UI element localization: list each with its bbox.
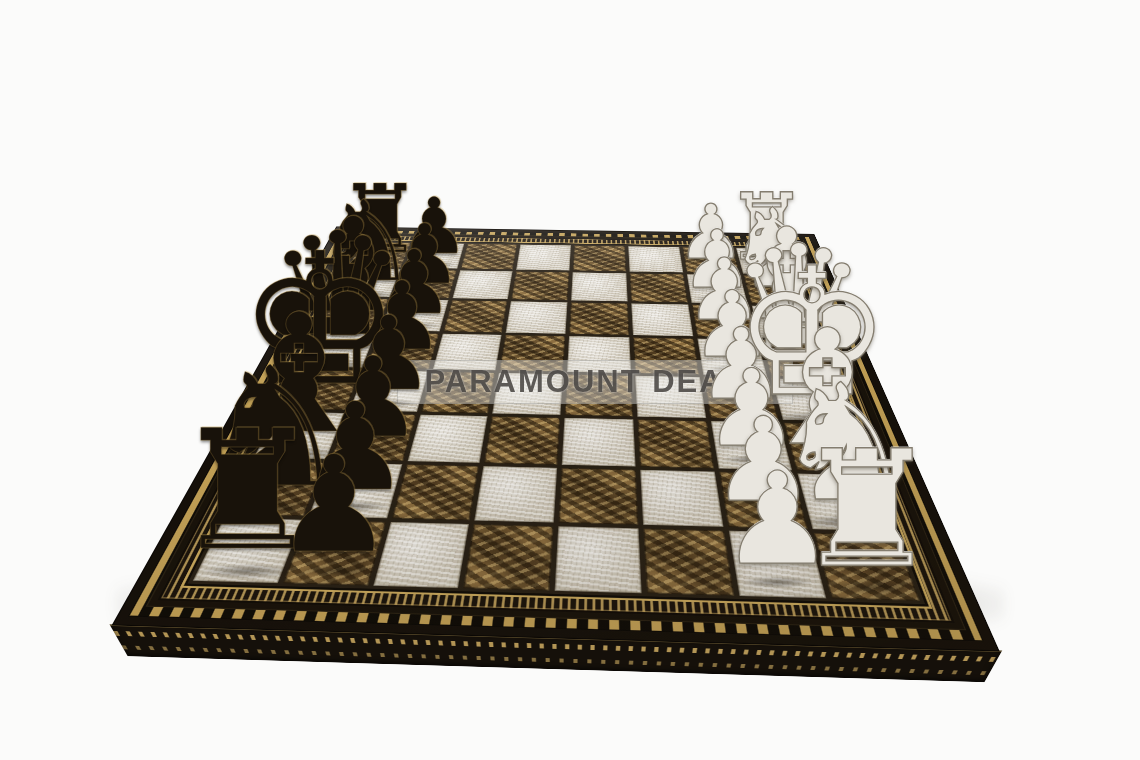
board-square-r2c7 bbox=[752, 306, 821, 339]
board-square-r1c3 bbox=[511, 271, 569, 300]
board-square-r2c6 bbox=[691, 304, 757, 337]
board-square-r5c2 bbox=[407, 415, 488, 463]
chess-set-photo-scene: PARAMOUNT DEALZ ♜♞♝♛♚♝♞♜♟♟♟♟♟♟♟♟♟♟♟♟♟♟♟♟… bbox=[0, 0, 1140, 760]
board-square-r5c7 bbox=[784, 423, 872, 473]
board-square-r3c0 bbox=[299, 331, 375, 367]
board-square-r4c0 bbox=[278, 369, 361, 411]
board-square-r6c3 bbox=[475, 466, 557, 522]
board-square-r2c0 bbox=[318, 298, 389, 330]
board-square-r5c5 bbox=[637, 419, 713, 468]
board-square-r0c7 bbox=[736, 248, 797, 274]
board-square-r1c6 bbox=[686, 274, 747, 303]
board-square-r7c6 bbox=[728, 531, 826, 599]
board-square-r0c1 bbox=[404, 243, 464, 269]
board-square-r2c2 bbox=[443, 300, 508, 333]
board-square-r0c6 bbox=[682, 247, 740, 273]
board-square-r5c6 bbox=[710, 421, 792, 470]
watermark-text: PARAMOUNT DEALZ bbox=[424, 364, 765, 400]
board-square-r2c1 bbox=[380, 299, 448, 331]
board-square-r1c5 bbox=[629, 273, 687, 302]
board-square-r1c0 bbox=[334, 268, 400, 297]
watermark-overlay: PARAMOUNT DEALZ bbox=[397, 360, 793, 404]
board-square-r2c4 bbox=[569, 302, 629, 335]
board-square-r5c3 bbox=[484, 416, 560, 465]
board-square-r0c4 bbox=[573, 245, 626, 271]
board-square-r0c3 bbox=[516, 244, 571, 270]
board-square-r7c1 bbox=[283, 520, 386, 586]
board-square-r1c1 bbox=[393, 269, 457, 298]
board-square-r2c5 bbox=[631, 303, 693, 336]
board-square-r7c5 bbox=[643, 528, 733, 595]
board-square-r6c6 bbox=[719, 472, 808, 529]
board-square-r0c2 bbox=[460, 244, 517, 270]
board-square-r2c3 bbox=[506, 301, 568, 334]
board-square-r0c5 bbox=[628, 246, 683, 272]
chess-board bbox=[114, 227, 998, 650]
board-square-r5c1 bbox=[330, 413, 415, 461]
board-square-r5c4 bbox=[562, 418, 635, 467]
board-square-r1c7 bbox=[744, 275, 809, 305]
board-square-r0c0 bbox=[348, 242, 410, 268]
board-square-r6c1 bbox=[308, 462, 401, 518]
board-square-r1c4 bbox=[571, 272, 627, 301]
board-square-r1c2 bbox=[452, 270, 513, 299]
